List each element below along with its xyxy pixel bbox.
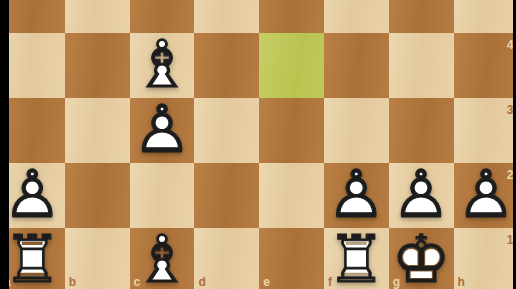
square-d3[interactable]: [194, 98, 259, 163]
square-c3[interactable]: ♟♙: [130, 98, 195, 163]
white-rook-outline: ♖: [324, 228, 389, 289]
file-label-f: f: [328, 275, 332, 289]
square-e2[interactable]: [259, 163, 324, 228]
video-frame: 8765♝♗4♟♙3♟♙♟♙♟♙♟♙2♜♖ab♝♗cde♜♖f♚♔g1h: [0, 0, 516, 289]
square-a1[interactable]: ♜♖a: [0, 228, 65, 289]
file-label-d: d: [198, 275, 205, 289]
square-h3[interactable]: 3: [454, 98, 516, 163]
white-pawn-outline: ♙: [389, 163, 454, 228]
square-d2[interactable]: [194, 163, 259, 228]
square-h4[interactable]: 4: [454, 33, 516, 98]
white-pawn-outline: ♙: [324, 163, 389, 228]
square-a2[interactable]: ♟♙: [0, 163, 65, 228]
square-f3[interactable]: [324, 98, 389, 163]
square-f4[interactable]: [324, 33, 389, 98]
piece-white-pawn[interactable]: ♟♙: [0, 163, 65, 228]
square-d1[interactable]: d: [194, 228, 259, 289]
square-e3[interactable]: [259, 98, 324, 163]
square-b1[interactable]: b: [65, 228, 130, 289]
square-c4[interactable]: ♝♗: [130, 33, 195, 98]
piece-white-pawn[interactable]: ♟♙: [130, 98, 195, 163]
piece-white-pawn[interactable]: ♟♙: [389, 163, 454, 228]
square-f5[interactable]: [324, 0, 389, 33]
square-e5[interactable]: [259, 0, 324, 33]
file-label-h: h: [458, 275, 465, 289]
chess-board[interactable]: 8765♝♗4♟♙3♟♙♟♙♟♙♟♙2♜♖ab♝♗cde♜♖f♚♔g1h: [0, 0, 516, 289]
square-e4[interactable]: [259, 33, 324, 98]
square-h1[interactable]: 1h: [454, 228, 516, 289]
square-e1[interactable]: e: [259, 228, 324, 289]
square-g1[interactable]: ♚♔g: [389, 228, 454, 289]
square-g3[interactable]: [389, 98, 454, 163]
square-g2[interactable]: ♟♙: [389, 163, 454, 228]
square-a5[interactable]: [0, 0, 65, 33]
square-b2[interactable]: [65, 163, 130, 228]
square-f1[interactable]: ♜♖f: [324, 228, 389, 289]
square-f2[interactable]: ♟♙: [324, 163, 389, 228]
piece-white-rook[interactable]: ♜♖: [324, 228, 389, 289]
square-d4[interactable]: [194, 33, 259, 98]
square-g4[interactable]: [389, 33, 454, 98]
piece-white-pawn[interactable]: ♟♙: [324, 163, 389, 228]
square-b4[interactable]: [65, 33, 130, 98]
piece-white-bishop[interactable]: ♝♗: [130, 33, 195, 98]
square-c1[interactable]: ♝♗c: [130, 228, 195, 289]
square-b3[interactable]: [65, 98, 130, 163]
white-bishop-outline: ♗: [130, 33, 195, 98]
file-label-e: e: [263, 275, 270, 289]
file-label-c: c: [134, 275, 141, 289]
white-pawn-outline: ♙: [0, 163, 65, 228]
square-g5[interactable]: [389, 0, 454, 33]
square-h2[interactable]: ♟♙2: [454, 163, 516, 228]
letterbox-left: [0, 0, 9, 289]
square-d5[interactable]: [194, 0, 259, 33]
file-label-b: b: [69, 275, 76, 289]
file-label-g: g: [393, 275, 400, 289]
square-a4[interactable]: [0, 33, 65, 98]
square-a3[interactable]: [0, 98, 65, 163]
square-c2[interactable]: [130, 163, 195, 228]
square-h5[interactable]: 5: [454, 0, 516, 33]
white-pawn-outline: ♙: [130, 98, 195, 163]
square-b5[interactable]: [65, 0, 130, 33]
